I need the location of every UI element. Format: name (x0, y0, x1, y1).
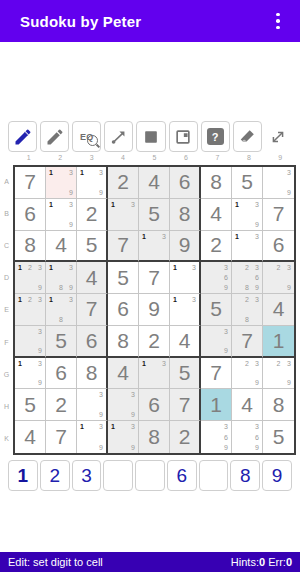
pencil-mark-6: 6 (221, 432, 231, 443)
tool-pen-button[interactable] (8, 121, 37, 152)
cell-K4[interactable]: 139 (108, 421, 139, 453)
cell-value: 2 (46, 389, 76, 420)
magnifier-icon (87, 135, 98, 146)
kebab-dot (276, 13, 280, 17)
cell-E2[interactable]: 138 (46, 294, 77, 326)
pencil-marks: 1389 (46, 262, 76, 293)
pencil-marks: 139 (15, 358, 45, 389)
cell-F4[interactable]: 8 (108, 326, 139, 358)
pencil-mark-9: 9 (66, 188, 76, 198)
cell-H7[interactable]: 1 (201, 389, 232, 421)
cell-K1[interactable]: 4 (15, 421, 46, 453)
pencil-mark-2: 2 (242, 262, 252, 272)
cell-D5[interactable]: 7 (139, 262, 170, 294)
toolbar: EQ ? (0, 121, 300, 152)
tool-line-button[interactable] (104, 121, 133, 152)
pencil-marks: 139 (108, 421, 138, 453)
col-label-6: 6 (170, 152, 201, 163)
pencil-marks: 123 (15, 294, 45, 325)
tool-pencil-button[interactable] (40, 121, 69, 152)
sudoku-board: 7139139246853961392135841397845713921361… (13, 165, 296, 455)
cell-value: 2 (77, 199, 106, 230)
pencil-mark-1: 1 (139, 358, 149, 368)
pencil-marks: 139 (46, 199, 76, 230)
pencil-mark-9: 9 (35, 283, 45, 293)
pencil-mark-3: 3 (128, 389, 138, 399)
keypad-digit-5-empty[interactable] (135, 460, 165, 491)
cell-G3[interactable]: 8 (77, 358, 108, 390)
cell-C2[interactable]: 4 (46, 231, 77, 263)
pencil-mark-1: 1 (77, 421, 87, 432)
cell-value: 5 (46, 326, 76, 356)
corner-square-icon (173, 127, 193, 147)
row-label-D: D (0, 262, 13, 294)
cell-value: 2 (201, 231, 231, 261)
cell-K7[interactable]: 369 (201, 421, 232, 453)
pencil-marks: 139 (77, 421, 106, 453)
cell-value: 6 (263, 231, 294, 261)
pencil-mark-3: 3 (252, 421, 262, 432)
pencil-mark-8: 8 (56, 283, 66, 293)
cell-value: 5 (139, 199, 169, 230)
pencil-mark-3: 3 (252, 199, 262, 209)
cell-H4[interactable]: 39 (108, 389, 139, 421)
cell-H6[interactable]: 7 (170, 389, 201, 421)
cell-G4[interactable]: 4 (108, 358, 139, 390)
col-label-5: 5 (139, 152, 170, 163)
cell-A8[interactable]: 5 (232, 167, 263, 199)
cell-value: 8 (108, 326, 138, 356)
pencil-mark-9: 9 (221, 442, 231, 453)
cell-F6[interactable]: 4 (170, 326, 201, 358)
pencil-mark-3: 3 (66, 294, 76, 304)
cell-H2[interactable]: 2 (46, 389, 77, 421)
row-label-C: C (0, 229, 13, 261)
row-label-K: K (0, 423, 13, 455)
cell-value: 6 (46, 358, 76, 389)
digit-keypad: 123689 (0, 460, 300, 491)
cell-value: 7 (201, 358, 231, 389)
pencil-mark-3: 3 (35, 358, 45, 368)
pencil-marks: 139 (46, 167, 76, 198)
cell-G8[interactable]: 239 (232, 358, 263, 390)
pencil-mark-3: 3 (221, 421, 231, 432)
cell-D4[interactable]: 5 (108, 262, 139, 294)
cell-F5[interactable]: 2 (139, 326, 170, 358)
cell-A9[interactable]: 39 (263, 167, 294, 199)
pencil-mark-1: 1 (77, 167, 87, 177)
pencil-marks: 1239 (15, 262, 45, 293)
cell-A4[interactable]: 2 (108, 167, 139, 199)
pencil-mark-3: 3 (66, 167, 76, 177)
col-label-9: 9 (265, 152, 296, 163)
expand-arrows-icon (268, 127, 288, 147)
cell-value: 4 (201, 199, 231, 230)
cell-value: 6 (15, 199, 45, 230)
row-label-A: A (0, 165, 13, 197)
hints-label: Hints: (231, 556, 259, 568)
cell-value: 1 (263, 326, 294, 356)
pencil-mark-2: 2 (273, 262, 283, 272)
cell-K5[interactable]: 8 (139, 421, 170, 453)
cell-value: 4 (232, 389, 262, 420)
cell-E6[interactable]: 13 (170, 294, 201, 326)
pencil-marks: 39 (201, 326, 231, 356)
cell-C3[interactable]: 5 (77, 231, 108, 263)
pencil-mark-9: 9 (221, 283, 231, 293)
cell-K3[interactable]: 139 (77, 421, 108, 453)
find-eq-icon: EQ (80, 132, 94, 142)
pencil-mark-1: 1 (15, 358, 25, 368)
cell-K8[interactable]: 369 (232, 421, 263, 453)
cell-value: 7 (232, 326, 262, 356)
cell-value: 8 (15, 231, 45, 261)
cell-B2[interactable]: 139 (46, 199, 77, 231)
cell-A7[interactable]: 8 (201, 167, 232, 199)
kebab-dot (276, 19, 280, 23)
pencil-mark-6: 6 (252, 432, 262, 443)
cell-A3[interactable]: 139 (77, 167, 108, 199)
pencil-mark-3: 3 (221, 326, 231, 336)
cell-value: 5 (108, 262, 138, 293)
cell-G6[interactable]: 5 (170, 358, 201, 390)
pencil-mark-3: 3 (159, 231, 169, 241)
pencil-mark-6: 6 (221, 273, 231, 283)
pencil-marks: 13 (139, 358, 169, 389)
cell-value: 2 (170, 421, 199, 453)
pencil-mark-1: 1 (108, 199, 118, 209)
cell-E5[interactable]: 9 (139, 294, 170, 326)
app-title: Sudoku by Peter (20, 13, 141, 30)
pencil-mark-3: 3 (128, 199, 138, 209)
pencil-mark-1: 1 (170, 294, 180, 304)
pencil-mark-1: 1 (46, 199, 56, 209)
cell-G7[interactable]: 7 (201, 358, 232, 390)
pencil-mark-9: 9 (252, 378, 262, 388)
tool-expand-button[interactable] (265, 121, 292, 152)
kebab-dot (276, 26, 280, 30)
cell-H9[interactable]: 8 (263, 389, 294, 421)
cell-value: 8 (263, 389, 294, 420)
pencil-mark-8: 8 (56, 315, 66, 325)
pencil-marks: 369 (232, 421, 262, 453)
pencil-marks: 39 (108, 389, 138, 420)
pencil-mark-3: 3 (96, 421, 106, 432)
row-label-H: H (0, 391, 13, 423)
pencil-mark-3: 3 (221, 262, 231, 272)
cell-value: 6 (170, 167, 199, 198)
cell-value: 5 (77, 231, 106, 261)
pencil-mark-3: 3 (252, 358, 262, 368)
cell-F9[interactable]: 1 (263, 326, 294, 358)
pencil-marks: 13 (170, 294, 199, 325)
cell-value: 8 (77, 358, 106, 389)
cell-value: 8 (139, 421, 169, 453)
cell-E3[interactable]: 7 (77, 294, 108, 326)
cell-D3[interactable]: 4 (77, 262, 108, 294)
pencil-marks: 239 (263, 358, 294, 389)
pencil-marks: 13 (108, 199, 138, 230)
cell-G2[interactable]: 6 (46, 358, 77, 390)
pencil-marks: 369 (201, 421, 231, 453)
tool-corner-square-button[interactable] (169, 121, 198, 152)
pencil-mark-3: 3 (96, 389, 106, 399)
pencil-marks: 23689 (232, 262, 262, 293)
pencil-mark-3: 3 (189, 262, 199, 272)
keypad-digit-6[interactable]: 6 (167, 460, 197, 491)
cell-value: 5 (15, 389, 45, 420)
pencil-mark-1: 1 (232, 199, 242, 209)
pencil-mark-9: 9 (35, 378, 45, 388)
cell-B7[interactable]: 4 (201, 199, 232, 231)
row-labels: ABCDEFGHK (0, 165, 13, 455)
pencil-mark-9: 9 (35, 346, 45, 356)
cell-value: 1 (201, 389, 231, 420)
col-label-8: 8 (233, 152, 264, 163)
cell-value: 4 (139, 167, 169, 198)
cell-C4[interactable]: 7 (108, 231, 139, 263)
cell-G9[interactable]: 239 (263, 358, 294, 390)
cell-value: 8 (201, 167, 231, 198)
pencil-mark-3: 3 (66, 262, 76, 272)
cell-K6[interactable]: 2 (170, 421, 201, 453)
tool-help-button[interactable]: ? (201, 121, 230, 152)
cell-value: 2 (108, 167, 138, 198)
status-bar: Edit: set digit to cell Hints:0 Err:0 (0, 552, 300, 572)
cell-D1[interactable]: 1239 (15, 262, 46, 294)
row-label-G: G (0, 358, 13, 390)
cell-D8[interactable]: 23689 (232, 262, 263, 294)
cell-value: 7 (46, 421, 76, 453)
cell-F7[interactable]: 39 (201, 326, 232, 358)
cell-H5[interactable]: 6 (139, 389, 170, 421)
pencil-mark-1: 1 (15, 294, 25, 304)
cell-value: 7 (77, 294, 106, 325)
eraser-icon (237, 127, 257, 147)
cell-value: 7 (139, 262, 169, 293)
cell-value: 7 (170, 389, 199, 420)
pencil-marks: 139 (77, 167, 106, 198)
cell-B3[interactable]: 2 (77, 199, 108, 231)
pencil-marks: 13 (170, 262, 199, 293)
cell-value: 5 (201, 294, 231, 325)
cell-B4[interactable]: 13 (108, 199, 139, 231)
pencil-mark-9: 9 (96, 442, 106, 453)
cell-F2[interactable]: 5 (46, 326, 77, 358)
cell-E9[interactable]: 4 (263, 294, 294, 326)
cell-B6[interactable]: 8 (170, 199, 201, 231)
row-label-F: F (0, 326, 13, 358)
pencil-mark-9: 9 (252, 283, 262, 293)
pencil-marks: 39 (77, 389, 106, 420)
pencil-mark-9: 9 (252, 442, 262, 453)
cell-value: 4 (46, 231, 76, 261)
cell-H8[interactable]: 4 (232, 389, 263, 421)
question-mark-icon: ? (207, 128, 224, 145)
cell-K2[interactable]: 7 (46, 421, 77, 453)
cell-A6[interactable]: 6 (170, 167, 201, 199)
tool-fill-square-button[interactable] (136, 121, 165, 152)
pencil-marks: 39 (263, 167, 294, 198)
cell-C1[interactable]: 8 (15, 231, 46, 263)
cell-C9[interactable]: 6 (263, 231, 294, 263)
cell-F8[interactable]: 7 (232, 326, 263, 358)
row-label-E: E (0, 294, 13, 326)
cell-value: 6 (77, 326, 106, 356)
keypad-digit-1[interactable]: 1 (8, 460, 38, 491)
cell-value: 9 (170, 231, 199, 261)
counters: Hints:0 Err:0 (231, 556, 292, 568)
cell-E7[interactable]: 5 (201, 294, 232, 326)
cell-value: 4 (108, 358, 138, 389)
col-label-1: 1 (13, 152, 44, 163)
pencil-mark-1: 1 (46, 294, 56, 304)
pencil-mark-1: 1 (170, 262, 180, 272)
pencil-marks: 139 (232, 199, 262, 230)
cell-value: 5 (170, 358, 199, 389)
keypad-digit-8[interactable]: 8 (230, 460, 260, 491)
cell-C5[interactable]: 13 (139, 231, 170, 263)
app-bar: Sudoku by Peter (0, 0, 300, 42)
cell-A5[interactable]: 4 (139, 167, 170, 199)
pencil-mark-9: 9 (66, 283, 76, 293)
cell-value: 7 (15, 167, 45, 198)
keypad-digit-9[interactable]: 9 (262, 460, 292, 491)
row-label-B: B (0, 197, 13, 229)
pencil-mark-3: 3 (35, 326, 45, 336)
cell-value: 9 (139, 294, 169, 325)
trend-line-icon (109, 127, 129, 147)
pencil-mark-3: 3 (284, 167, 294, 177)
pencil-marks: 238 (232, 294, 262, 325)
cell-value: 4 (263, 294, 294, 325)
pencil-marks: 39 (15, 326, 45, 356)
keypad-digit-4-empty[interactable] (103, 460, 133, 491)
pencil-mark-9: 9 (128, 442, 138, 453)
pencil-mark-3: 3 (252, 262, 262, 272)
pencil-marks: 239 (263, 262, 294, 293)
tool-find-button[interactable]: EQ (72, 121, 101, 152)
pencil-mark-2: 2 (25, 262, 35, 272)
cell-C8[interactable]: 13 (232, 231, 263, 263)
pencil-icon (45, 127, 65, 147)
pencil-mark-8: 8 (242, 315, 252, 325)
pencil-mark-3: 3 (96, 167, 106, 177)
pencil-mark-1: 1 (15, 262, 25, 272)
pencil-mark-3: 3 (252, 231, 262, 241)
cell-value: 7 (108, 231, 138, 261)
cell-value: 8 (170, 199, 199, 230)
cell-value: 7 (263, 199, 294, 230)
pencil-mark-3: 3 (284, 262, 294, 272)
pencil-mark-9: 9 (252, 219, 262, 229)
pencil-mark-1: 1 (232, 231, 242, 241)
cell-B9[interactable]: 7 (263, 199, 294, 231)
cell-A2[interactable]: 139 (46, 167, 77, 199)
pencil-mark-2: 2 (273, 358, 283, 368)
cell-D2[interactable]: 1389 (46, 262, 77, 294)
cell-D7[interactable]: 369 (201, 262, 232, 294)
pencil-mark-9: 9 (284, 188, 294, 198)
filled-square-icon (141, 127, 161, 147)
pencil-mark-1: 1 (108, 421, 118, 432)
pencil-mark-2: 2 (25, 294, 35, 304)
pencil-mark-1: 1 (46, 262, 56, 272)
pencil-mark-9: 9 (96, 410, 106, 420)
pencil-mark-9: 9 (128, 410, 138, 420)
pencil-mark-9: 9 (284, 283, 294, 293)
pencil-mark-3: 3 (159, 358, 169, 368)
pencil-marks: 13 (232, 231, 262, 261)
keypad-digit-7-empty[interactable] (199, 460, 229, 491)
cell-E8[interactable]: 238 (232, 294, 263, 326)
cell-A1[interactable]: 7 (15, 167, 46, 199)
cell-F3[interactable]: 6 (77, 326, 108, 358)
pencil-mark-8: 8 (242, 283, 252, 293)
pencil-mark-9: 9 (66, 219, 76, 229)
cell-B1[interactable]: 6 (15, 199, 46, 231)
cell-B5[interactable]: 5 (139, 199, 170, 231)
cell-E1[interactable]: 123 (15, 294, 46, 326)
mode-text: Edit: set digit to cell (8, 556, 103, 568)
pencil-marks: 13 (139, 231, 169, 261)
pencil-mark-3: 3 (284, 358, 294, 368)
pen-icon (13, 127, 33, 147)
pencil-mark-3: 3 (189, 294, 199, 304)
cell-C7[interactable]: 2 (201, 231, 232, 263)
cell-D6[interactable]: 13 (170, 262, 201, 294)
pencil-mark-3: 3 (252, 294, 262, 304)
pencil-mark-9: 9 (284, 378, 294, 388)
keypad-digit-2[interactable]: 2 (40, 460, 70, 491)
pencil-mark-2: 2 (242, 294, 252, 304)
cell-value: 4 (170, 326, 199, 356)
cell-B8[interactable]: 139 (232, 199, 263, 231)
cell-D9[interactable]: 239 (263, 262, 294, 294)
cell-F1[interactable]: 39 (15, 326, 46, 358)
cell-H3[interactable]: 39 (77, 389, 108, 421)
keypad-digit-3[interactable]: 3 (72, 460, 102, 491)
err-value: 0 (286, 556, 292, 568)
col-label-3: 3 (76, 152, 107, 163)
pencil-mark-6: 6 (252, 273, 262, 283)
col-label-2: 2 (44, 152, 75, 163)
cell-C6[interactable]: 9 (170, 231, 201, 263)
err-label: Err: (268, 556, 286, 568)
pencil-mark-1: 1 (46, 167, 56, 177)
pencil-marks: 369 (201, 262, 231, 293)
pencil-mark-3: 3 (128, 421, 138, 432)
column-labels: 123456789 (13, 152, 296, 163)
pencil-mark-3: 3 (66, 199, 76, 209)
cell-value: 2 (139, 326, 169, 356)
cell-G5[interactable]: 13 (139, 358, 170, 390)
pencil-marks: 239 (232, 358, 262, 389)
cell-value: 6 (108, 294, 138, 325)
pencil-mark-9: 9 (221, 346, 231, 356)
cell-value: 6 (139, 389, 169, 420)
tool-eraser-button[interactable] (233, 121, 262, 152)
cell-value: 5 (263, 421, 294, 453)
overflow-menu-button[interactable] (264, 7, 292, 35)
cell-E4[interactable]: 6 (108, 294, 139, 326)
pencil-mark-3: 3 (35, 262, 45, 272)
cell-value: 4 (77, 262, 106, 293)
cell-G1[interactable]: 139 (15, 358, 46, 390)
cell-K9[interactable]: 5 (263, 421, 294, 453)
cell-H1[interactable]: 5 (15, 389, 46, 421)
pencil-mark-3: 3 (35, 294, 45, 304)
